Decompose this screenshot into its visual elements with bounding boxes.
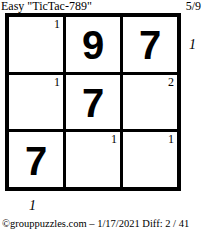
corner-clue: 1 xyxy=(111,132,117,146)
page-title: Easy "TicTac-789" xyxy=(1,0,92,13)
cell-r2c1[interactable]: 1 xyxy=(66,132,120,187)
cell-r1c0[interactable]: 1 xyxy=(9,75,63,130)
row1-outside-label: 1 xyxy=(189,38,196,52)
footer-credit: ©grouppuzzles.com – 1/17/2021 Diff: 2 / … xyxy=(2,217,202,230)
cell-value: 7 xyxy=(82,81,104,123)
header: Easy "TicTac-789" 5/9 xyxy=(1,0,201,13)
corner-clue: 2 xyxy=(168,75,174,89)
cell-value: 7 xyxy=(139,23,161,65)
cell-r2c2[interactable]: 1 xyxy=(123,132,177,187)
cell-value: 9 xyxy=(82,23,104,65)
page-number: 5/9 xyxy=(186,0,201,13)
corner-clue: 1 xyxy=(54,17,60,31)
cell-r1c2[interactable]: 2 xyxy=(123,75,177,130)
cell-value: 7 xyxy=(25,139,47,181)
cell-r0c2[interactable]: 7 xyxy=(123,17,177,72)
corner-clue: 1 xyxy=(54,75,60,89)
cell-r0c0[interactable]: 1 xyxy=(9,17,63,72)
cell-r0c1[interactable]: 9 xyxy=(66,17,120,72)
corner-clue: 1 xyxy=(168,132,174,146)
tictac-board: 1 9 7 1 7 2 7 1 xyxy=(5,13,181,191)
puzzle-page: Easy "TicTac-789" 5/9 1 9 7 1 7 2 xyxy=(0,0,202,233)
cell-r1c1[interactable]: 7 xyxy=(66,75,120,130)
cell-r2c0[interactable]: 7 xyxy=(9,132,63,187)
col1-outside-label: 1 xyxy=(29,199,36,213)
